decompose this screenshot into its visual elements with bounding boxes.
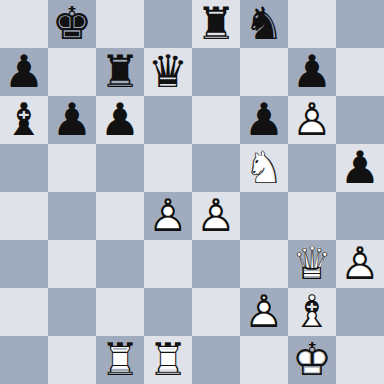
black-pawn-glyph: ♟ (288, 48, 336, 96)
square-b4[interactable] (48, 192, 96, 240)
white-pawn-outline: ♙ (240, 288, 288, 336)
black-knight[interactable]: ♞ (240, 0, 288, 48)
black-pawn-glyph: ♟ (96, 96, 144, 144)
square-e6[interactable] (192, 96, 240, 144)
black-bishop-glyph: ♝ (0, 96, 48, 144)
chess-board: ♚♜♞♟♜♛♟♝♟♟♟♟♙♞♘♟♟♙♟♙♛♕♟♙♟♙♝♗♜♖♜♖♚♔ (0, 0, 384, 384)
square-h3[interactable]: ♟♙ (336, 240, 384, 288)
white-pawn-outline: ♙ (336, 240, 384, 288)
square-b1[interactable] (48, 336, 96, 384)
square-h4[interactable] (336, 192, 384, 240)
square-f5[interactable]: ♞♘ (240, 144, 288, 192)
square-b8[interactable]: ♚ (48, 0, 96, 48)
square-e5[interactable] (192, 144, 240, 192)
black-rook[interactable]: ♜ (96, 48, 144, 96)
square-g2[interactable]: ♝♗ (288, 288, 336, 336)
white-rook-outline: ♖ (144, 336, 192, 384)
square-b6[interactable]: ♟ (48, 96, 96, 144)
square-b2[interactable] (48, 288, 96, 336)
black-pawn-glyph: ♟ (240, 96, 288, 144)
black-pawn[interactable]: ♟ (96, 96, 144, 144)
black-bishop[interactable]: ♝ (0, 96, 48, 144)
white-bishop[interactable]: ♝♗ (288, 288, 336, 336)
square-d8[interactable] (144, 0, 192, 48)
black-knight-glyph: ♞ (240, 0, 288, 48)
white-pawn[interactable]: ♟♙ (192, 192, 240, 240)
square-c5[interactable] (96, 144, 144, 192)
white-pawn-outline: ♙ (144, 192, 192, 240)
black-pawn[interactable]: ♟ (0, 48, 48, 96)
square-a6[interactable]: ♝ (0, 96, 48, 144)
square-h5[interactable]: ♟ (336, 144, 384, 192)
square-d7[interactable]: ♛ (144, 48, 192, 96)
white-queen-outline: ♕ (288, 240, 336, 288)
square-h1[interactable] (336, 336, 384, 384)
square-f8[interactable]: ♞ (240, 0, 288, 48)
black-king[interactable]: ♚ (48, 0, 96, 48)
square-a2[interactable] (0, 288, 48, 336)
black-rook-glyph: ♜ (96, 48, 144, 96)
square-a4[interactable] (0, 192, 48, 240)
black-pawn[interactable]: ♟ (240, 96, 288, 144)
square-d3[interactable] (144, 240, 192, 288)
square-g1[interactable]: ♚♔ (288, 336, 336, 384)
white-pawn[interactable]: ♟♙ (336, 240, 384, 288)
square-g6[interactable]: ♟♙ (288, 96, 336, 144)
white-pawn[interactable]: ♟♙ (240, 288, 288, 336)
white-rook-outline: ♖ (96, 336, 144, 384)
black-pawn-glyph: ♟ (336, 144, 384, 192)
white-rook[interactable]: ♜♖ (96, 336, 144, 384)
white-knight-outline: ♘ (240, 144, 288, 192)
square-f2[interactable]: ♟♙ (240, 288, 288, 336)
square-d1[interactable]: ♜♖ (144, 336, 192, 384)
white-rook[interactable]: ♜♖ (144, 336, 192, 384)
square-h7[interactable] (336, 48, 384, 96)
square-h2[interactable] (336, 288, 384, 336)
black-pawn[interactable]: ♟ (288, 48, 336, 96)
square-g4[interactable] (288, 192, 336, 240)
square-a3[interactable] (0, 240, 48, 288)
black-pawn-glyph: ♟ (48, 96, 96, 144)
square-e4[interactable]: ♟♙ (192, 192, 240, 240)
square-h8[interactable] (336, 0, 384, 48)
square-f3[interactable] (240, 240, 288, 288)
square-b3[interactable] (48, 240, 96, 288)
white-pawn-outline: ♙ (288, 96, 336, 144)
square-d6[interactable] (144, 96, 192, 144)
square-f1[interactable] (240, 336, 288, 384)
square-a7[interactable]: ♟ (0, 48, 48, 96)
square-c3[interactable] (96, 240, 144, 288)
black-rook[interactable]: ♜ (192, 0, 240, 48)
square-g5[interactable] (288, 144, 336, 192)
square-e8[interactable]: ♜ (192, 0, 240, 48)
square-b5[interactable] (48, 144, 96, 192)
white-pawn-outline: ♙ (192, 192, 240, 240)
square-e2[interactable] (192, 288, 240, 336)
square-c8[interactable] (96, 0, 144, 48)
square-c2[interactable] (96, 288, 144, 336)
black-queen[interactable]: ♛ (144, 48, 192, 96)
black-rook-glyph: ♜ (192, 0, 240, 48)
white-bishop-outline: ♗ (288, 288, 336, 336)
square-a8[interactable] (0, 0, 48, 48)
square-c1[interactable]: ♜♖ (96, 336, 144, 384)
white-knight[interactable]: ♞♘ (240, 144, 288, 192)
square-d5[interactable] (144, 144, 192, 192)
square-g3[interactable]: ♛♕ (288, 240, 336, 288)
white-pawn[interactable]: ♟♙ (144, 192, 192, 240)
black-pawn-glyph: ♟ (0, 48, 48, 96)
square-f6[interactable]: ♟ (240, 96, 288, 144)
square-c4[interactable] (96, 192, 144, 240)
square-g7[interactable]: ♟ (288, 48, 336, 96)
white-king-outline: ♔ (288, 336, 336, 384)
square-c7[interactable]: ♜ (96, 48, 144, 96)
square-e3[interactable] (192, 240, 240, 288)
black-pawn[interactable]: ♟ (48, 96, 96, 144)
white-pawn[interactable]: ♟♙ (288, 96, 336, 144)
white-king[interactable]: ♚♔ (288, 336, 336, 384)
black-queen-glyph: ♛ (144, 48, 192, 96)
square-f4[interactable] (240, 192, 288, 240)
square-h6[interactable] (336, 96, 384, 144)
square-f7[interactable] (240, 48, 288, 96)
white-queen[interactable]: ♛♕ (288, 240, 336, 288)
square-d4[interactable]: ♟♙ (144, 192, 192, 240)
square-c6[interactable]: ♟ (96, 96, 144, 144)
square-e7[interactable] (192, 48, 240, 96)
square-a5[interactable] (0, 144, 48, 192)
black-king-glyph: ♚ (48, 0, 96, 48)
square-d2[interactable] (144, 288, 192, 336)
square-e1[interactable] (192, 336, 240, 384)
square-a1[interactable] (0, 336, 48, 384)
square-b7[interactable] (48, 48, 96, 96)
square-g8[interactable] (288, 0, 336, 48)
black-pawn[interactable]: ♟ (336, 144, 384, 192)
